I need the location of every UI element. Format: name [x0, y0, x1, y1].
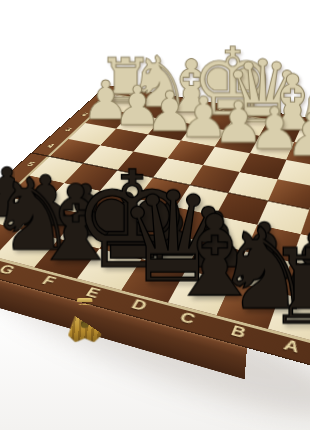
chess-board: ♜♞♝♚♛♝♞♜♟♟♟♟♟♟♟♟♟♟♟♟♟♟♟♟♜♞♝♚♛♝♞♜ HGFEDCB…: [0, 86, 310, 375]
piece-white-bishop-c1: ♝: [258, 64, 294, 141]
board-frame: ♜♞♝♚♛♝♞♜♟♟♟♟♟♟♟♟♟♟♟♟♟♟♟♟♜♞♝♚♛♝♞♜ HGFEDCB…: [0, 86, 310, 375]
clasp-hole: [81, 321, 89, 329]
square-h7: ♟: [0, 197, 43, 230]
piece-white-rook-h1: ♜: [98, 50, 131, 113]
square-f7: ♟: [59, 214, 119, 249]
square-d7: ♟: [142, 232, 202, 270]
product-photo: ♜♞♝♚♛♝♞♜♟♟♟♟♟♟♟♟♟♟♟♟♟♟♟♟♜♞♝♚♛♝♞♜ HGFEDCB…: [0, 0, 310, 430]
